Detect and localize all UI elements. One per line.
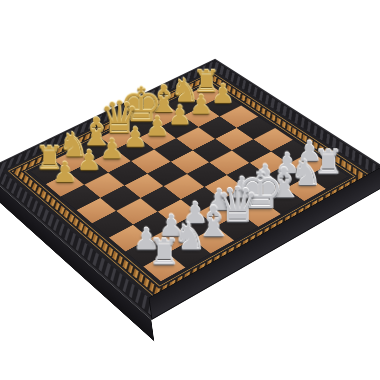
chess-set-photo: ♜♟♟♜♞♟♟♞♝♟♟♝♚♟♟♚♛♟♟♛♝♟♟♝♞♟♟♞♜♟♟♜ bbox=[0, 0, 380, 380]
chess-board: ♜♟♟♜♞♟♟♞♝♟♟♝♚♟♟♚♛♟♟♛♝♟♟♝♞♟♟♞♜♟♟♜ bbox=[0, 59, 380, 320]
